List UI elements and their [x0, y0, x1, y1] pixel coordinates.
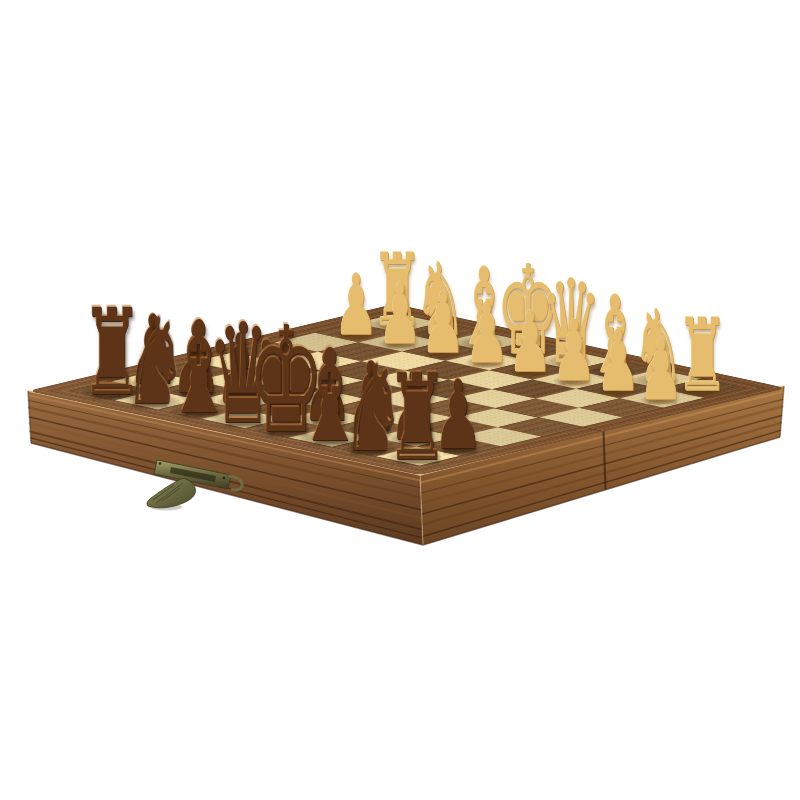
clasp-leaf-hook	[147, 479, 195, 508]
clasp-screw	[223, 477, 226, 480]
product-photo-stage: ♜♞♝♚♛♝♞♜♟♟♟♟♟♟♟♟♟♟♟♟♟♟♟♟♜♞♝♛♚♝♞♜	[0, 0, 800, 800]
clasp-screw	[159, 462, 162, 465]
